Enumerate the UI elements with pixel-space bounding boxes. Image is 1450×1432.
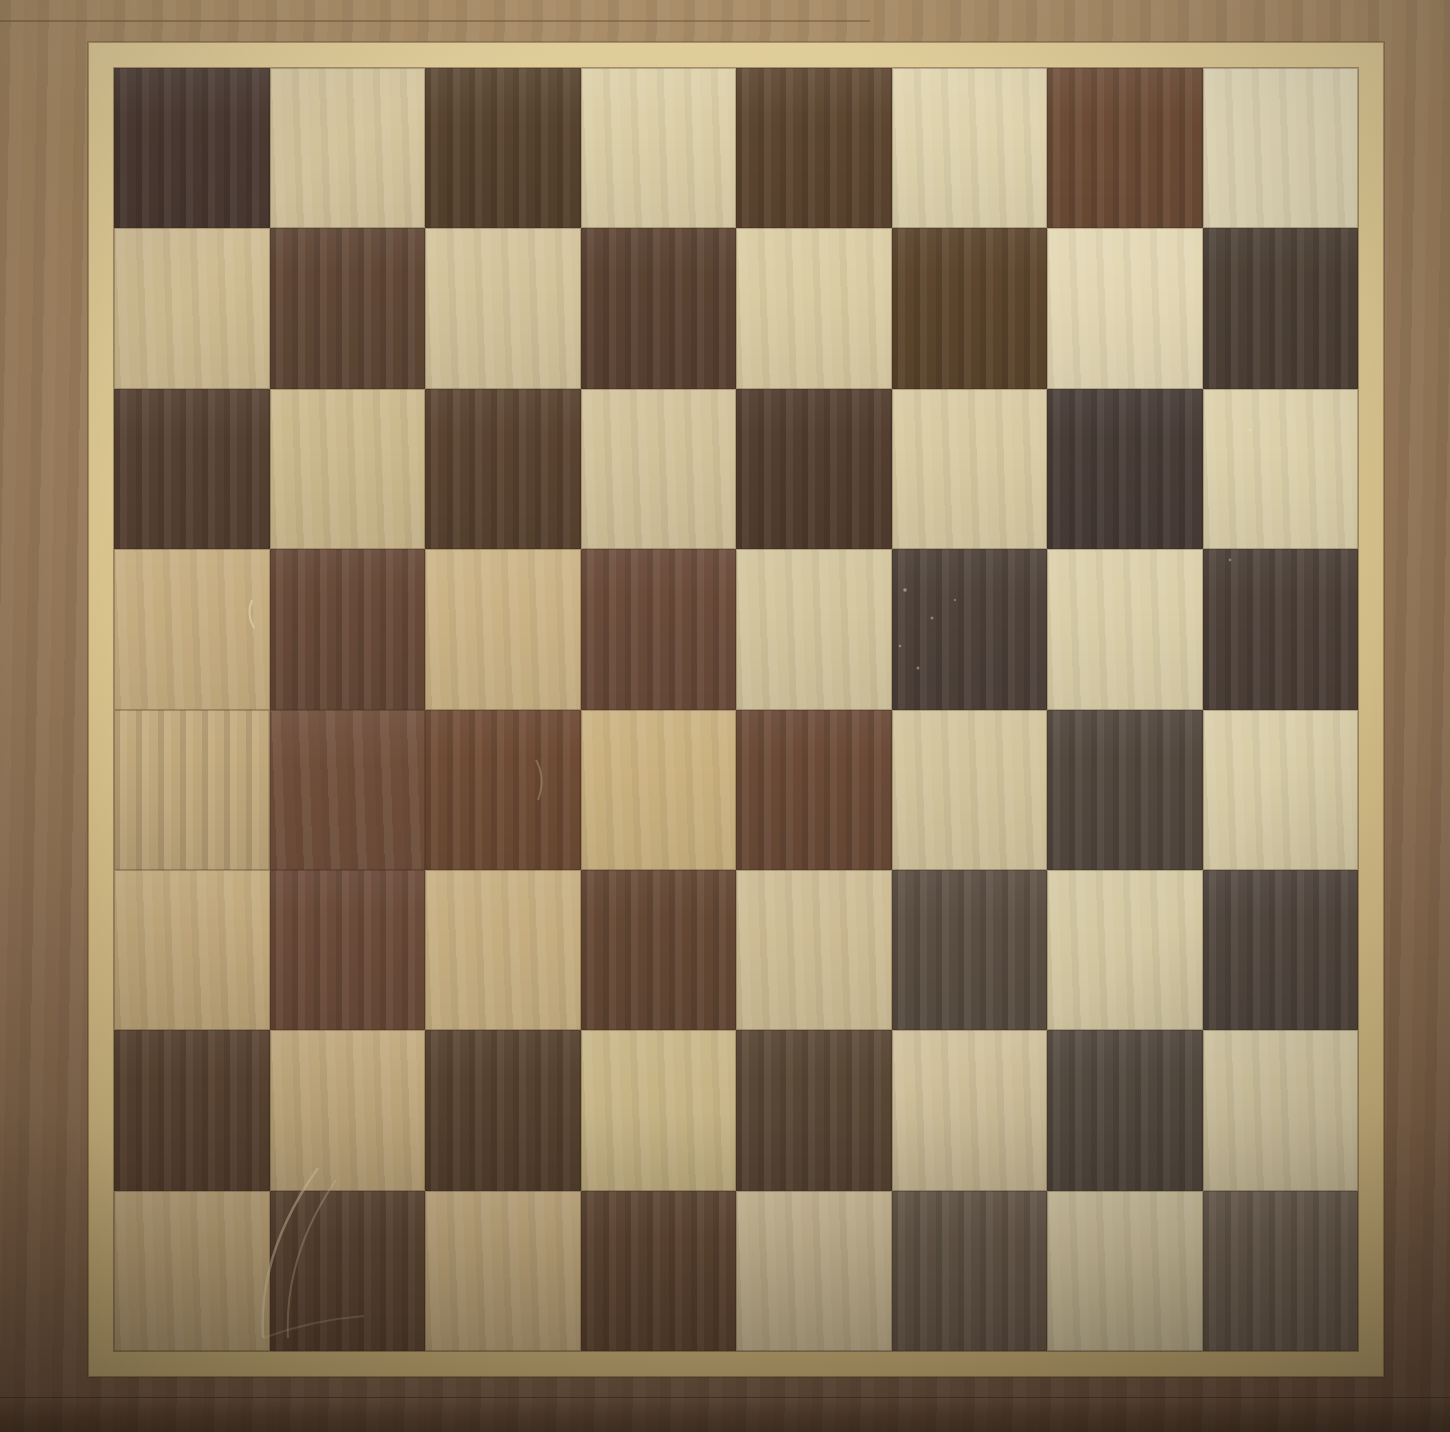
- square-d4[interactable]: [581, 710, 737, 870]
- square-f2[interactable]: [892, 1030, 1048, 1190]
- square-e4[interactable]: [736, 710, 892, 870]
- square-e6[interactable]: [736, 389, 892, 549]
- square-g8[interactable]: [1047, 68, 1203, 228]
- square-e1[interactable]: [736, 1191, 892, 1351]
- square-h3[interactable]: [1203, 870, 1359, 1030]
- square-d6[interactable]: [581, 389, 737, 549]
- square-g1[interactable]: [1047, 1191, 1203, 1351]
- square-h7[interactable]: [1203, 228, 1359, 388]
- square-b6[interactable]: [270, 389, 426, 549]
- square-c8[interactable]: [425, 68, 581, 228]
- square-g4[interactable]: [1047, 710, 1203, 870]
- square-a4[interactable]: [114, 710, 270, 870]
- square-d3[interactable]: [581, 870, 737, 1030]
- square-d2[interactable]: [581, 1030, 737, 1190]
- square-a5[interactable]: [114, 549, 270, 709]
- square-g3[interactable]: [1047, 870, 1203, 1030]
- square-b3[interactable]: [270, 870, 426, 1030]
- square-f7[interactable]: [892, 228, 1048, 388]
- square-a3[interactable]: [114, 870, 270, 1030]
- square-g6[interactable]: [1047, 389, 1203, 549]
- square-b7[interactable]: [270, 228, 426, 388]
- square-e5[interactable]: [736, 549, 892, 709]
- square-a7[interactable]: [114, 228, 270, 388]
- square-f6[interactable]: [892, 389, 1048, 549]
- square-e8[interactable]: [736, 68, 892, 228]
- square-e3[interactable]: [736, 870, 892, 1030]
- square-c3[interactable]: [425, 870, 581, 1030]
- square-b2[interactable]: [270, 1030, 426, 1190]
- square-b8[interactable]: [270, 68, 426, 228]
- square-c4[interactable]: [425, 710, 581, 870]
- square-c2[interactable]: [425, 1030, 581, 1190]
- square-g5[interactable]: [1047, 549, 1203, 709]
- frame-top-seam: [0, 20, 870, 22]
- square-h2[interactable]: [1203, 1030, 1359, 1190]
- board-inlay-border: [88, 42, 1384, 1377]
- square-h6[interactable]: [1203, 389, 1359, 549]
- square-a6[interactable]: [114, 389, 270, 549]
- square-h1[interactable]: [1203, 1191, 1359, 1351]
- chessboard-photo: [0, 0, 1450, 1432]
- square-g2[interactable]: [1047, 1030, 1203, 1190]
- square-c6[interactable]: [425, 389, 581, 549]
- square-a2[interactable]: [114, 1030, 270, 1190]
- square-b4[interactable]: [270, 710, 426, 870]
- square-c1[interactable]: [425, 1191, 581, 1351]
- square-h5[interactable]: [1203, 549, 1359, 709]
- square-c7[interactable]: [425, 228, 581, 388]
- square-g7[interactable]: [1047, 228, 1203, 388]
- square-h4[interactable]: [1203, 710, 1359, 870]
- square-d7[interactable]: [581, 228, 737, 388]
- square-e7[interactable]: [736, 228, 892, 388]
- square-d1[interactable]: [581, 1191, 737, 1351]
- chess-board: [114, 68, 1358, 1351]
- square-a1[interactable]: [114, 1191, 270, 1351]
- square-f3[interactable]: [892, 870, 1048, 1030]
- square-e2[interactable]: [736, 1030, 892, 1190]
- frame-bottom-edge: [0, 1397, 1450, 1432]
- square-f5[interactable]: [892, 549, 1048, 709]
- square-b5[interactable]: [270, 549, 426, 709]
- square-f1[interactable]: [892, 1191, 1048, 1351]
- square-a8[interactable]: [114, 68, 270, 228]
- square-c5[interactable]: [425, 549, 581, 709]
- square-d8[interactable]: [581, 68, 737, 228]
- square-d5[interactable]: [581, 549, 737, 709]
- square-h8[interactable]: [1203, 68, 1359, 228]
- square-f8[interactable]: [892, 68, 1048, 228]
- square-b1[interactable]: [270, 1191, 426, 1351]
- square-f4[interactable]: [892, 710, 1048, 870]
